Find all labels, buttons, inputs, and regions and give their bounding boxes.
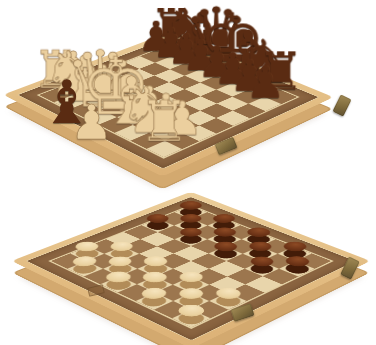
checkers-board: [11, 192, 370, 345]
checker-light[interactable]: [137, 286, 171, 301]
brass-clasp-icon: [332, 94, 351, 116]
checkers-board-view: [0, 172, 376, 345]
chess-piece-light-rook[interactable]: ♜: [120, 96, 209, 149]
product-photo: ♜♞♝♛♚♝♞♜♟♟♟♟♟♟♟♟♟♟♟♟♟♟♟♟♜♞♝♛♚♝♞♜ ♝ ♟: [0, 0, 376, 345]
chess-piece-dark-pawn[interactable]: ♟: [223, 62, 307, 104]
checker-dark[interactable]: [210, 240, 241, 253]
off-board-light-pawn[interactable]: ♟: [70, 100, 113, 146]
chess-board-view: ♜♞♝♛♚♝♞♜♟♟♟♟♟♟♟♟♟♟♟♟♟♟♟♟♜♞♝♛♚♝♞♜ ♝ ♟: [0, 0, 376, 172]
